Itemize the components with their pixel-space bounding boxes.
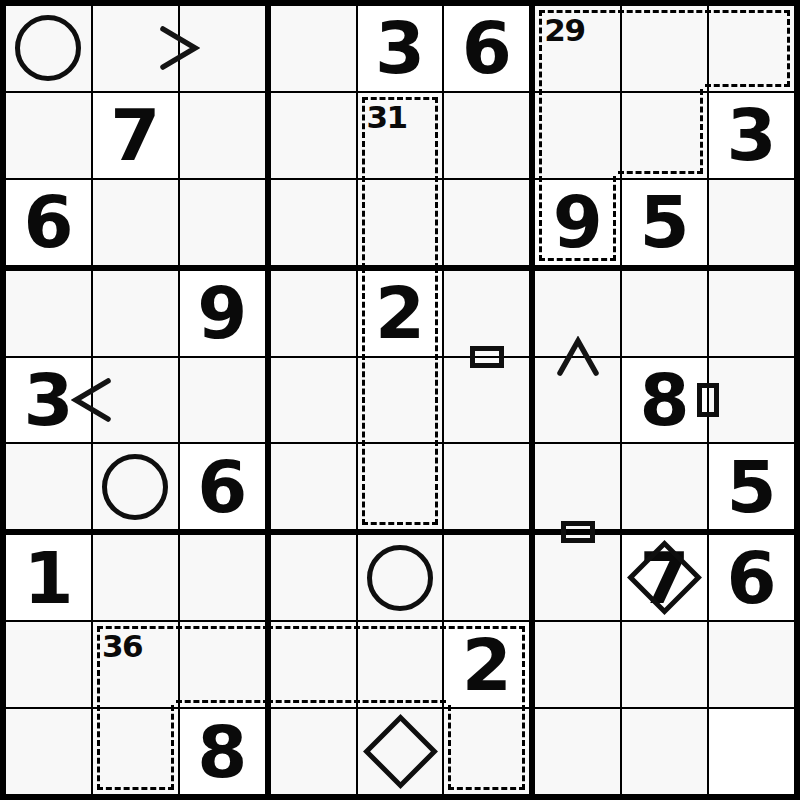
cell-r3c3[interactable] xyxy=(180,180,265,265)
cell-r8c1[interactable] xyxy=(6,622,91,707)
cell-r4c5[interactable]: 2 xyxy=(358,271,443,356)
cell-r3c2[interactable] xyxy=(93,180,178,265)
cell-r2c8[interactable] xyxy=(622,93,707,178)
circle-marker xyxy=(102,454,168,520)
cell-r2c2[interactable]: 7 xyxy=(93,93,178,178)
cell-r1c9[interactable] xyxy=(709,6,794,91)
given-digit: 9 xyxy=(553,186,603,258)
cell-r7c7[interactable] xyxy=(535,535,620,620)
sudoku-board: 367369592386517628293136 xyxy=(0,0,800,800)
given-digit: 2 xyxy=(375,277,425,349)
cell-r9c9[interactable] xyxy=(709,709,794,794)
cell-r2c4[interactable] xyxy=(271,93,356,178)
cell-r5c4[interactable] xyxy=(271,358,356,443)
cell-r7c6[interactable] xyxy=(444,535,529,620)
cell-r1c5[interactable]: 3 xyxy=(358,6,443,91)
given-digit: 7 xyxy=(110,99,160,171)
cell-r2c6[interactable] xyxy=(444,93,529,178)
cell-r4c1[interactable] xyxy=(6,271,91,356)
cell-r9c7[interactable] xyxy=(535,709,620,794)
cage-sum-label: 31 xyxy=(367,102,407,133)
cell-r2c9[interactable]: 3 xyxy=(709,93,794,178)
cage-sum-label: 36 xyxy=(102,631,142,662)
cell-r4c4[interactable] xyxy=(271,271,356,356)
given-digit: 6 xyxy=(23,186,73,258)
cell-r9c1[interactable] xyxy=(6,709,91,794)
cell-r5c3[interactable] xyxy=(180,358,265,443)
cell-r9c6[interactable] xyxy=(444,709,529,794)
cell-r9c2[interactable] xyxy=(93,709,178,794)
cell-r6c5[interactable] xyxy=(358,444,443,529)
cell-r6c3[interactable]: 6 xyxy=(180,444,265,529)
given-digit: 9 xyxy=(197,277,247,349)
given-digit: 3 xyxy=(726,99,776,171)
inequality-greater-icon xyxy=(158,24,200,72)
given-digit: 3 xyxy=(23,364,73,436)
cell-r3c9[interactable] xyxy=(709,180,794,265)
cell-r8c5[interactable] xyxy=(358,622,443,707)
cell-r7c2[interactable] xyxy=(93,535,178,620)
cell-r7c3[interactable] xyxy=(180,535,265,620)
cell-r2c7[interactable] xyxy=(535,93,620,178)
cage-sum-label: 29 xyxy=(544,15,584,46)
cell-r1c4[interactable] xyxy=(271,6,356,91)
cell-r6c7[interactable] xyxy=(535,444,620,529)
cell-r1c6[interactable]: 6 xyxy=(444,6,529,91)
white-rect-marker-horizontal xyxy=(561,521,595,543)
inequality-caret-icon xyxy=(555,336,601,378)
white-rect-marker-horizontal xyxy=(470,346,504,368)
cell-r8c7[interactable] xyxy=(535,622,620,707)
cell-r1c8[interactable] xyxy=(622,6,707,91)
cell-r3c8[interactable]: 5 xyxy=(622,180,707,265)
cell-r3c7[interactable]: 9 xyxy=(535,180,620,265)
cell-r8c6[interactable]: 2 xyxy=(444,622,529,707)
cell-r7c9[interactable]: 6 xyxy=(709,535,794,620)
cell-r6c9[interactable]: 5 xyxy=(709,444,794,529)
cell-r6c1[interactable] xyxy=(6,444,91,529)
given-digit: 2 xyxy=(462,629,512,701)
cell-r2c3[interactable] xyxy=(180,93,265,178)
given-digit: 6 xyxy=(197,451,247,523)
cell-r7c4[interactable] xyxy=(271,535,356,620)
given-digit: 5 xyxy=(640,186,690,258)
given-digit: 3 xyxy=(375,12,425,84)
cell-r3c6[interactable] xyxy=(444,180,529,265)
cell-r3c5[interactable] xyxy=(358,180,443,265)
given-digit: 6 xyxy=(726,542,776,614)
given-digit: 5 xyxy=(726,451,776,523)
white-rect-marker-vertical xyxy=(697,383,719,417)
cell-r8c9[interactable] xyxy=(709,622,794,707)
given-digit: 6 xyxy=(462,12,512,84)
cell-r4c8[interactable] xyxy=(622,271,707,356)
cell-r4c9[interactable] xyxy=(709,271,794,356)
inequality-less-icon xyxy=(71,376,113,424)
cell-r3c1[interactable]: 6 xyxy=(6,180,91,265)
circle-marker xyxy=(367,545,433,611)
given-digit: 8 xyxy=(197,716,247,788)
cell-r5c8[interactable]: 8 xyxy=(622,358,707,443)
cell-r5c9[interactable] xyxy=(709,358,794,443)
cell-r4c3[interactable]: 9 xyxy=(180,271,265,356)
cell-r4c2[interactable] xyxy=(93,271,178,356)
cell-r5c6[interactable] xyxy=(444,358,529,443)
cell-r7c1[interactable]: 1 xyxy=(6,535,91,620)
cell-r4c6[interactable] xyxy=(444,271,529,356)
cell-r6c4[interactable] xyxy=(271,444,356,529)
cell-r8c3[interactable] xyxy=(180,622,265,707)
cell-r8c4[interactable] xyxy=(271,622,356,707)
cell-r6c6[interactable] xyxy=(444,444,529,529)
cell-r2c1[interactable] xyxy=(6,93,91,178)
cell-r9c4[interactable] xyxy=(271,709,356,794)
cell-r3c4[interactable] xyxy=(271,180,356,265)
cell-r5c5[interactable] xyxy=(358,358,443,443)
cell-r9c3[interactable]: 8 xyxy=(180,709,265,794)
cell-r6c8[interactable] xyxy=(622,444,707,529)
cell-r9c8[interactable] xyxy=(622,709,707,794)
given-digit: 8 xyxy=(640,364,690,436)
cell-r8c8[interactable] xyxy=(622,622,707,707)
given-digit: 1 xyxy=(23,542,73,614)
